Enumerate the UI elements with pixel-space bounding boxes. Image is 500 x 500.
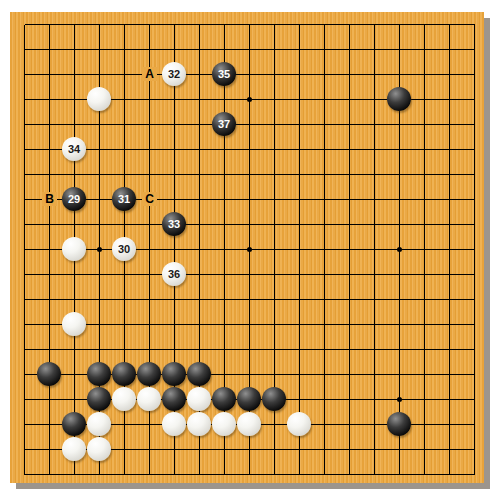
stone-black-37: 37 bbox=[212, 112, 236, 136]
stone-black bbox=[37, 362, 61, 386]
stone-white bbox=[162, 412, 186, 436]
stone-black bbox=[62, 412, 86, 436]
stone-black bbox=[137, 362, 161, 386]
stone-white bbox=[87, 87, 111, 111]
stone-number: 34 bbox=[68, 143, 80, 155]
stone-number: 30 bbox=[118, 243, 130, 255]
stone-black bbox=[112, 362, 136, 386]
point-label-C: C bbox=[142, 192, 157, 206]
stone-white-34: 34 bbox=[62, 137, 86, 161]
stone-black-31: 31 bbox=[112, 187, 136, 211]
stone-black bbox=[262, 387, 286, 411]
stone-black bbox=[387, 87, 411, 111]
stone-black bbox=[87, 362, 111, 386]
go-board[interactable]: ABC293031323334353637 bbox=[10, 12, 484, 483]
stone-number: 29 bbox=[68, 193, 80, 205]
stone-black bbox=[212, 387, 236, 411]
stone-white bbox=[87, 437, 111, 461]
stone-number: 33 bbox=[168, 218, 180, 230]
star-point bbox=[97, 247, 102, 252]
stone-black bbox=[162, 362, 186, 386]
stone-number: 32 bbox=[168, 68, 180, 80]
stone-white bbox=[187, 387, 211, 411]
stone-white bbox=[112, 387, 136, 411]
stone-black bbox=[237, 387, 261, 411]
star-point bbox=[397, 247, 402, 252]
stone-black-29: 29 bbox=[62, 187, 86, 211]
stone-black bbox=[387, 412, 411, 436]
stone-black-35: 35 bbox=[212, 62, 236, 86]
stone-white bbox=[87, 412, 111, 436]
stone-number: 36 bbox=[168, 268, 180, 280]
stone-white-32: 32 bbox=[162, 62, 186, 86]
stone-black bbox=[187, 362, 211, 386]
stone-black bbox=[162, 387, 186, 411]
stone-white bbox=[62, 437, 86, 461]
stone-black bbox=[87, 387, 111, 411]
stone-white bbox=[62, 312, 86, 336]
point-label-B: B bbox=[42, 192, 57, 206]
stone-white bbox=[187, 412, 211, 436]
stone-white bbox=[287, 412, 311, 436]
stone-number: 37 bbox=[218, 118, 230, 130]
stone-white-36: 36 bbox=[162, 262, 186, 286]
star-point bbox=[247, 247, 252, 252]
point-label-A: A bbox=[142, 67, 157, 81]
star-point bbox=[397, 397, 402, 402]
stone-number: 35 bbox=[218, 68, 230, 80]
stone-white bbox=[212, 412, 236, 436]
stone-white bbox=[62, 237, 86, 261]
stone-black-33: 33 bbox=[162, 212, 186, 236]
star-point bbox=[247, 97, 252, 102]
stone-white bbox=[237, 412, 261, 436]
stone-white bbox=[137, 387, 161, 411]
stone-white-30: 30 bbox=[112, 237, 136, 261]
stone-number: 31 bbox=[118, 193, 130, 205]
